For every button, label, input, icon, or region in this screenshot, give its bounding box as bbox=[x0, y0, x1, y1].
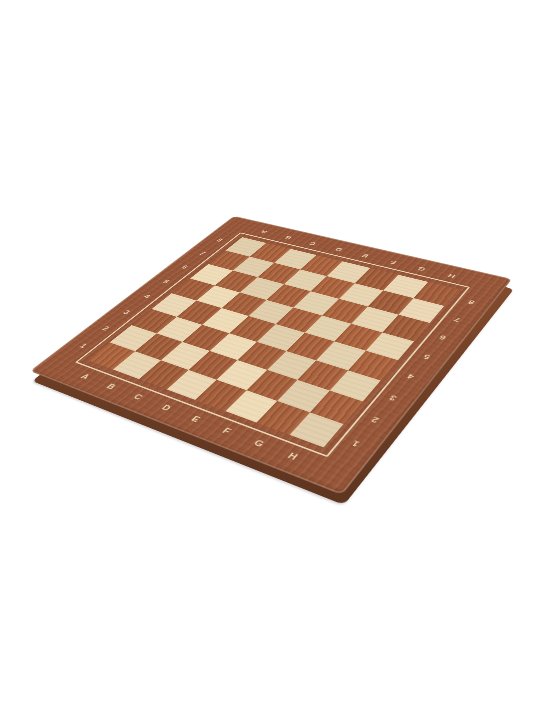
coord-label-top-g: G bbox=[417, 266, 427, 272]
coord-label-right-8: 8 bbox=[467, 299, 476, 305]
coord-label-top-h: H bbox=[447, 273, 457, 279]
coord-label-left-1: 1 bbox=[78, 342, 88, 348]
coord-label-right-2: 2 bbox=[370, 416, 381, 424]
coord-label-top-a: A bbox=[259, 230, 268, 235]
coord-label-top-c: C bbox=[308, 241, 318, 246]
coord-label-bottom-b: B bbox=[105, 383, 117, 391]
coord-label-right-3: 3 bbox=[388, 394, 399, 402]
coord-label-left-3: 3 bbox=[122, 309, 132, 315]
coord-label-top-f: F bbox=[389, 259, 398, 264]
coord-label-bottom-d: D bbox=[160, 403, 173, 411]
coord-label-top-e: E bbox=[361, 253, 370, 258]
coord-label-right-6: 6 bbox=[438, 334, 448, 341]
coord-label-bottom-h: H bbox=[286, 451, 299, 461]
coord-label-bottom-c: C bbox=[132, 393, 144, 401]
coord-label-left-6: 6 bbox=[180, 265, 189, 270]
coord-label-right-5: 5 bbox=[422, 353, 432, 360]
coord-label-top-d: D bbox=[334, 247, 344, 252]
coord-label-bottom-f: F bbox=[221, 426, 233, 435]
coord-label-left-4: 4 bbox=[142, 294, 151, 300]
coord-label-left-2: 2 bbox=[101, 325, 111, 331]
coord-label-left-7: 7 bbox=[198, 251, 207, 256]
board-scene: AABBCCDDEEFFGGHH1122334455667788 bbox=[0, 0, 540, 720]
coord-label-bottom-a: A bbox=[79, 373, 91, 380]
coord-label-right-7: 7 bbox=[453, 316, 462, 322]
coord-label-bottom-e: E bbox=[190, 415, 202, 424]
coord-label-right-1: 1 bbox=[350, 439, 361, 448]
coord-label-right-4: 4 bbox=[405, 373, 415, 381]
product-photo: AABBCCDDEEFFGGHH1122334455667788 bbox=[0, 0, 540, 720]
coord-label-bottom-g: G bbox=[252, 438, 266, 448]
board-grid bbox=[87, 237, 458, 447]
coord-label-left-5: 5 bbox=[162, 279, 171, 284]
coord-label-top-b: B bbox=[283, 235, 292, 240]
chess-board: AABBCCDDEEFFGGHH1122334455667788 bbox=[30, 216, 512, 495]
coord-label-left-8: 8 bbox=[215, 238, 223, 243]
